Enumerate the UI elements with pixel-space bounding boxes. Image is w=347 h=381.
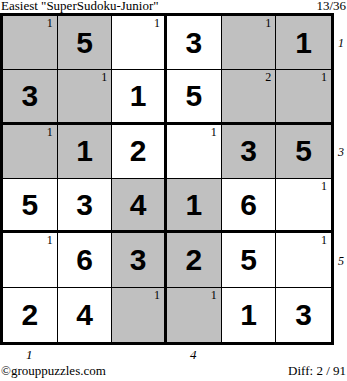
given-digit: 1 [130,81,147,111]
given-digit: 5 [295,136,312,166]
given-digit: 6 [240,190,257,220]
cell-r4c5[interactable]: 6 [222,179,277,233]
given-digit: 2 [185,245,202,275]
cell-r2c4[interactable]: 5 [167,70,222,124]
cell-r5c2[interactable]: 6 [58,233,113,287]
cell-r3c6[interactable]: 5 [276,125,331,179]
given-digit: 2 [130,136,147,166]
pencil-mark: 1 [154,288,160,302]
cell-r2c5[interactable]: 2 [222,70,277,124]
cell-r4c3[interactable]: 4 [112,179,167,233]
col-label-4: 4 [190,348,197,362]
pencil-mark: 1 [211,125,217,139]
pencil-mark: 1 [101,70,107,84]
given-digit: 3 [185,28,202,58]
pencil-mark: 1 [47,16,53,30]
given-digit: 3 [295,300,312,330]
cell-r2c1[interactable]: 3 [3,70,58,124]
row-label-3: 3 [338,145,344,159]
pencil-mark: 1 [321,179,327,193]
pencil-mark: 1 [47,233,53,247]
cell-r4c4[interactable]: 1 [167,179,222,233]
pencil-mark: 1 [321,70,327,84]
cell-r4c6[interactable]: 1 [276,179,331,233]
given-digit: 1 [76,136,93,166]
cell-r6c4[interactable]: 1 [167,288,222,342]
copyright-text: ©grouppuzzles.com [1,363,106,379]
given-digit: 5 [76,28,93,58]
pencil-mark: 1 [265,16,271,30]
row-label-5: 5 [338,254,344,268]
cell-r5c3[interactable]: 3 [112,233,167,287]
cell-r5c6[interactable]: 1 [276,233,331,287]
cell-r1c6[interactable]: 1 [276,16,331,70]
cell-r6c3[interactable]: 1 [112,288,167,342]
given-digit: 3 [130,245,147,275]
given-digit: 5 [240,245,257,275]
cell-r6c1[interactable]: 2 [3,288,58,342]
given-digit: 3 [21,81,38,111]
difficulty-text: Diff: 2 / 91 [288,363,346,379]
puzzle-counter: 13/36 [316,0,346,13]
pencil-mark: 2 [265,70,271,84]
cell-r2c3[interactable]: 1 [112,70,167,124]
given-digit: 1 [240,300,257,330]
given-digit: 3 [240,136,257,166]
page-title: Easiest "SuperSudoku-Junior" [1,0,159,13]
cell-r5c5[interactable]: 5 [222,233,277,287]
cell-r5c4[interactable]: 2 [167,233,222,287]
pencil-mark: 1 [211,288,217,302]
given-digit: 4 [130,190,147,220]
sudoku-board: 151311311521112135534161163251241113 [0,13,334,345]
given-digit: 5 [185,81,202,111]
cell-r3c2[interactable]: 1 [58,125,113,179]
cell-r3c1[interactable]: 1 [3,125,58,179]
given-digit: 3 [76,190,93,220]
given-digit: 4 [76,300,93,330]
cell-r3c5[interactable]: 3 [222,125,277,179]
cell-r6c2[interactable]: 4 [58,288,113,342]
cell-r1c4[interactable]: 3 [167,16,222,70]
col-label-1: 1 [26,348,33,362]
cell-r2c6[interactable]: 1 [276,70,331,124]
cell-r5c1[interactable]: 1 [3,233,58,287]
cell-r6c5[interactable]: 1 [222,288,277,342]
pencil-mark: 1 [154,16,160,30]
cell-r1c2[interactable]: 5 [58,16,113,70]
cell-r1c3[interactable]: 1 [112,16,167,70]
cell-r6c6[interactable]: 3 [276,288,331,342]
given-digit: 6 [76,245,93,275]
given-digit: 5 [21,190,38,220]
cell-r1c1[interactable]: 1 [3,16,58,70]
given-digit: 1 [295,28,312,58]
pencil-mark: 1 [321,233,327,247]
given-digit: 1 [185,190,202,220]
cell-r4c2[interactable]: 3 [58,179,113,233]
given-digit: 2 [21,300,38,330]
cell-r3c4[interactable]: 1 [167,125,222,179]
cell-r3c3[interactable]: 2 [112,125,167,179]
cell-r2c2[interactable]: 1 [58,70,113,124]
cell-r1c5[interactable]: 1 [222,16,277,70]
cell-r4c1[interactable]: 5 [3,179,58,233]
row-label-1: 1 [338,36,344,50]
pencil-mark: 1 [47,125,53,139]
